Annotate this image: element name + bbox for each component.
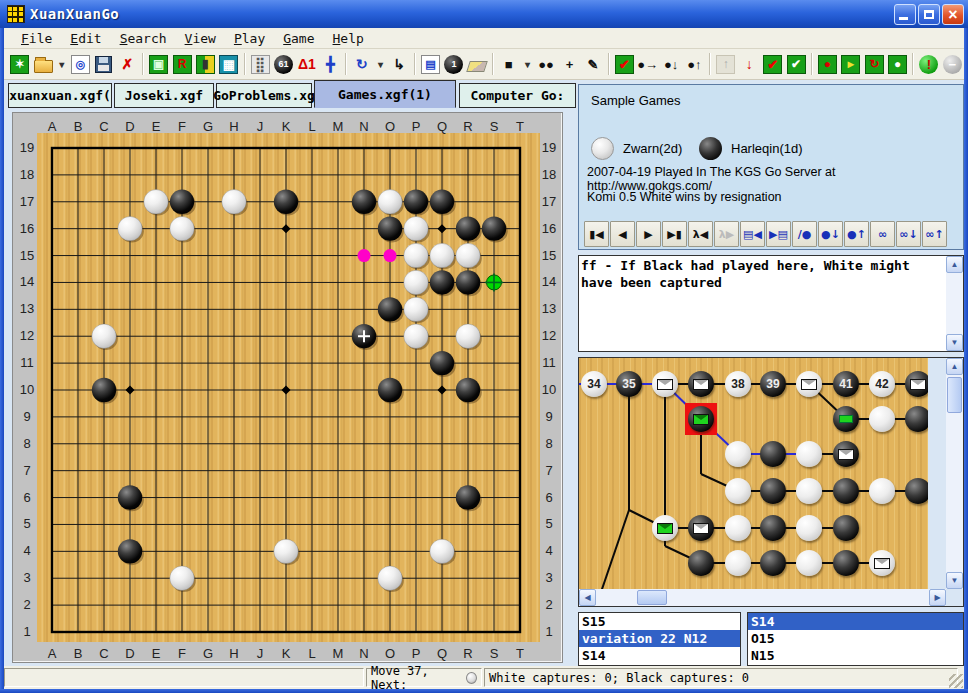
nav-stone-down-button[interactable]: ●↓ [818, 221, 843, 247]
app-icon [7, 5, 25, 23]
svg-text:G: G [203, 646, 213, 661]
save-icon[interactable] [93, 52, 114, 76]
svg-text:M: M [333, 119, 344, 134]
tab-goproblems-xg[interactable]: GoProblems.xg [216, 83, 312, 108]
svg-text:B: B [74, 646, 83, 661]
svg-text:H: H [229, 646, 238, 661]
tree-node[interactable] [652, 371, 678, 397]
svg-text:10: 10 [20, 382, 34, 397]
game-info-icon[interactable]: ▤ [420, 52, 441, 76]
toolbar-separator [492, 53, 494, 75]
mark-dropdown-icon: ▾ [522, 55, 532, 74]
tree-node[interactable] [760, 478, 786, 504]
tree-node[interactable] [760, 441, 786, 467]
rotate-dropdown-icon: ▾ [375, 55, 385, 74]
svg-text:O: O [385, 646, 395, 661]
verify-board-icon: ✔ [763, 55, 782, 74]
svg-text:J: J [257, 119, 264, 134]
warning-icon: ! [919, 55, 938, 74]
mark-plus-icon[interactable]: + [559, 52, 580, 76]
tree-node[interactable] [688, 371, 714, 397]
rotate-dropdown-icon[interactable]: ▾ [374, 52, 386, 76]
svg-text:E: E [152, 646, 161, 661]
status-empty-panel [4, 668, 364, 687]
tree-node[interactable] [796, 550, 822, 576]
menu-search[interactable]: Search [111, 30, 176, 47]
tree-node[interactable] [833, 550, 859, 576]
svg-text:N: N [359, 119, 368, 134]
comment-envelope-icon [910, 379, 926, 390]
nav-comment-forward-button[interactable]: ▶▤ [766, 221, 791, 247]
board-tool-stone-icon: ● [888, 55, 907, 74]
preview-icon: ◎ [71, 55, 90, 74]
board-marker-icon [839, 415, 853, 423]
svg-text:10: 10 [542, 382, 556, 397]
preview-icon[interactable]: ◎ [70, 52, 91, 76]
remove-icon[interactable]: − [942, 52, 963, 76]
toolbar-separator [608, 53, 610, 75]
svg-text:11: 11 [542, 355, 556, 370]
title-bar: XuanXuanGo × [0, 0, 968, 28]
upload-disabled-icon[interactable]: ↑ [715, 52, 736, 76]
variation-item[interactable]: S14 [579, 647, 740, 664]
board-tool-rotate-icon: ↻ [865, 55, 884, 74]
mark-square-icon[interactable]: ■ [498, 52, 519, 76]
tree-node[interactable] [725, 478, 751, 504]
tree-node[interactable] [652, 515, 678, 541]
window-border-bottom [0, 689, 968, 693]
svg-text:E: E [152, 119, 161, 134]
tree-node[interactable] [905, 371, 928, 397]
svg-text:D: D [125, 646, 134, 661]
board-tool-yellow-icon: ▸ [841, 55, 860, 74]
comment-box[interactable]: ff - If Black had played here, White mig… [578, 255, 964, 352]
board-tool-yellow-icon[interactable]: ▸ [840, 52, 861, 76]
move-one-icon[interactable]: 1 [443, 52, 464, 76]
game-info-panel: Sample Games Zwarn(2d) Harleqin(1d) 2007… [578, 84, 964, 250]
check-board-icon[interactable]: ✔ [614, 52, 635, 76]
svg-text:F: F [178, 119, 186, 134]
svg-text:19: 19 [20, 140, 34, 155]
download-icon: ↓ [740, 55, 759, 74]
nav-back-button[interactable]: ◀ [610, 221, 635, 247]
tree-node[interactable] [688, 406, 714, 432]
window-border-left [0, 28, 4, 693]
grid-dots-icon: ⣿ [251, 55, 270, 74]
svg-text:S: S [490, 119, 499, 134]
next-move-item[interactable]: O15 [748, 630, 963, 647]
stone-next-icon[interactable]: ●→ [637, 52, 658, 76]
move-status-text: Move 37, Next: [371, 664, 463, 692]
toolbar-separator [345, 53, 347, 75]
scrollbar-thumb[interactable] [637, 590, 667, 605]
svg-text:18: 18 [20, 167, 34, 182]
nav-find-down-button[interactable]: ∞↓ [896, 221, 921, 247]
app-window: XuanXuanGo × FileEditSearchViewPlayGameH… [0, 0, 968, 693]
toolbar-separator [912, 53, 914, 75]
svg-text:17: 17 [542, 194, 556, 209]
tree-node[interactable] [796, 515, 822, 541]
svg-text:9: 9 [23, 409, 30, 424]
toolbar-separator [244, 53, 246, 75]
nav-branch-back-button[interactable]: λ◀ [688, 221, 713, 247]
comment-envelope-icon [693, 523, 709, 534]
tab-xuanxuan-xgf-[interactable]: xuanxuan.xgf( [8, 83, 112, 108]
comment-envelope-icon [801, 379, 817, 390]
svg-text:19: 19 [542, 140, 556, 155]
board-r-icon: R [173, 55, 192, 74]
move-numbers-icon: 61 [274, 55, 293, 74]
event-line: 2007-04-19 Played In The KGS Go Server a… [587, 165, 963, 193]
svg-text:S: S [490, 646, 499, 661]
status-move-panel: Move 37, Next: [366, 668, 482, 687]
board-tool-rotate-icon[interactable]: ↻ [864, 52, 885, 76]
delete-icon[interactable]: ✗ [117, 52, 138, 76]
stone-up-icon[interactable]: ●↑ [684, 52, 705, 76]
stone-up-icon: ●↑ [685, 55, 704, 74]
toolbar-separator [142, 53, 144, 75]
variation-item[interactable]: S15 [579, 613, 740, 630]
board-play-icon: ▮ [196, 55, 215, 74]
menu-edit[interactable]: Edit [61, 30, 110, 47]
board-tool-stone-icon[interactable]: ● [887, 52, 908, 76]
nav-find-button[interactable]: ∞ [870, 221, 895, 247]
branch-marks-icon[interactable]: ╋ [320, 52, 341, 76]
tree-node[interactable] [796, 441, 822, 467]
tree-node[interactable] [869, 406, 895, 432]
minimize-button[interactable] [894, 4, 916, 25]
svg-text:K: K [282, 119, 291, 134]
svg-text:M: M [333, 646, 344, 661]
svg-text:J: J [257, 646, 264, 661]
variation-item[interactable]: variation 22 N12 [579, 630, 740, 647]
remove-icon: − [943, 55, 962, 74]
scroll-down-icon[interactable]: ▼ [946, 334, 963, 351]
svg-text:A: A [48, 646, 57, 661]
move-numbers-icon[interactable]: 61 [273, 52, 294, 76]
svg-text:6: 6 [545, 490, 552, 505]
svg-text:9: 9 [545, 409, 552, 424]
tree-node-38[interactable]: 38 [725, 371, 751, 397]
open-dropdown-icon: ▾ [57, 55, 67, 74]
nav-stone-up-button[interactable]: ●↑ [844, 221, 869, 247]
svg-text:T: T [516, 646, 524, 661]
stone-down-icon: ●↓ [662, 55, 681, 74]
window-title: XuanXuanGo [30, 6, 119, 22]
maximize-button[interactable] [918, 4, 940, 25]
go-board[interactable]: AABBCCDDEEFFGGHHJJKKLLMMNNOOPPQQRRSSTT11… [12, 112, 563, 663]
svg-text:12: 12 [542, 328, 556, 343]
move-one-icon: 1 [444, 55, 463, 74]
verify-all-icon[interactable]: ✔ [785, 52, 806, 76]
comment-envelope-icon [657, 379, 673, 390]
black-stone-icon [699, 137, 722, 160]
mark-dropdown-icon[interactable]: ▾ [521, 52, 533, 76]
svg-text:N: N [359, 646, 368, 661]
menu-help[interactable]: Help [324, 30, 373, 47]
board-tool-red-icon[interactable]: ● [817, 52, 838, 76]
axes-icon: ↳ [390, 55, 409, 74]
new-board-icon[interactable]: ✶ [9, 52, 30, 76]
svg-text:G: G [203, 119, 213, 134]
tree-vertical-scrollbar[interactable]: ▲ ▼ [946, 358, 963, 589]
open-file-icon [34, 60, 53, 73]
svg-text:11: 11 [20, 355, 34, 370]
stone-down-icon[interactable]: ●↓ [660, 52, 681, 76]
svg-text:K: K [282, 646, 291, 661]
scrollbar-thumb[interactable] [947, 377, 962, 413]
tree-node[interactable] [905, 406, 928, 432]
board-marker-envelope-icon [693, 414, 709, 425]
eraser-icon[interactable] [467, 52, 488, 76]
tree-node[interactable] [760, 515, 786, 541]
save-icon [95, 56, 112, 73]
resize-grip[interactable] [949, 674, 963, 688]
menu-game[interactable]: Game [274, 30, 323, 47]
svg-text:15: 15 [542, 248, 556, 263]
mark-plus-icon: + [560, 55, 579, 74]
branch-marks-icon: ╋ [321, 55, 340, 74]
mark-stones-icon[interactable]: ●● [535, 52, 556, 76]
game-tree[interactable]: 343538394142 [579, 358, 928, 591]
nav-find-up-button[interactable]: ∞↑ [922, 221, 947, 247]
scroll-down-icon[interactable]: ▼ [946, 572, 963, 589]
svg-text:6: 6 [23, 490, 30, 505]
tree-node[interactable] [796, 478, 822, 504]
tree-node[interactable] [869, 478, 895, 504]
nav-stone-locate-button[interactable]: ∕● [792, 221, 817, 247]
svg-text:16: 16 [20, 221, 34, 236]
svg-text:12: 12 [20, 328, 34, 343]
comment-envelope-icon [693, 379, 709, 390]
svg-text:A: A [48, 119, 57, 134]
tree-node[interactable] [688, 550, 714, 576]
status-bar: Move 37, Next: White captures: 0; Black … [4, 666, 964, 689]
next-move-stone-icon [466, 672, 477, 684]
board-marker-envelope-icon [657, 523, 673, 534]
svg-text:P: P [412, 119, 421, 134]
tab-games-xgf-1-[interactable]: Games.xgf(1) [314, 80, 456, 108]
tree-node[interactable] [725, 515, 751, 541]
open-file-icon[interactable] [32, 52, 53, 76]
tree-node[interactable] [833, 515, 859, 541]
variation-list-current[interactable]: S15variation 22 N12S14 [578, 612, 741, 666]
tree-node[interactable] [796, 371, 822, 397]
captures-text: White captures: 0; Black captures: 0 [489, 671, 749, 685]
svg-text:16: 16 [542, 221, 556, 236]
tree-node[interactable] [725, 550, 751, 576]
tree-node[interactable] [905, 478, 928, 504]
menu-view[interactable]: View [176, 30, 225, 47]
download-icon[interactable]: ↓ [739, 52, 760, 76]
svg-text:F: F [178, 646, 186, 661]
svg-text:7: 7 [23, 463, 30, 478]
white-stone-icon [591, 137, 614, 160]
svg-text:R: R [463, 119, 472, 134]
check-board-icon: ✔ [615, 55, 634, 74]
svg-text:P: P [412, 646, 421, 661]
board-play-icon[interactable]: ▮ [195, 52, 216, 76]
board-tool-red-icon: ● [818, 55, 837, 74]
scroll-up-icon[interactable]: ▲ [946, 358, 963, 375]
hand-edit-icon: ✎ [583, 55, 602, 74]
white-player-name: Zwarn(2d) [623, 141, 682, 156]
black-player-name: Harleqin(1d) [731, 141, 803, 156]
navigation-buttons: ▮◀◀▶▶▮λ◀λ▶▤◀▶▤∕●●↓●↑∞∞↓∞↑ [584, 221, 948, 247]
svg-text:Q: Q [437, 646, 447, 661]
status-captures-panel: White captures: 0; Black captures: 0 [484, 668, 958, 687]
tree-node[interactable] [833, 478, 859, 504]
svg-text:13: 13 [542, 301, 556, 316]
tree-node[interactable] [688, 515, 714, 541]
tree-node-42[interactable]: 42 [869, 371, 895, 397]
mark-stones-icon: ●● [537, 55, 556, 74]
svg-text:O: O [385, 119, 395, 134]
svg-text:C: C [99, 119, 108, 134]
svg-text:8: 8 [545, 436, 552, 451]
warning-icon[interactable]: ! [918, 52, 939, 76]
comment-text: ff - If Black had played here, White mig… [581, 257, 944, 291]
svg-text:13: 13 [20, 301, 34, 316]
tree-node-39[interactable]: 39 [760, 371, 786, 397]
tree-node[interactable] [760, 550, 786, 576]
tab-bar: xuanxuan.xgf(Joseki.xgfGoProblems.xgGame… [4, 80, 576, 108]
svg-text:1: 1 [23, 624, 30, 639]
toolbar-separator [811, 53, 813, 75]
svg-text:Q: Q [437, 119, 447, 134]
svg-text:L: L [308, 119, 315, 134]
new-board-icon: ✶ [10, 55, 29, 74]
close-button[interactable]: × [942, 4, 964, 25]
scroll-up-icon[interactable]: ▲ [946, 256, 963, 273]
svg-text:14: 14 [542, 274, 556, 289]
svg-text:5: 5 [23, 516, 30, 531]
menu-play[interactable]: Play [225, 30, 274, 47]
comment-scrollbar[interactable]: ▲ ▼ [946, 256, 963, 351]
toolbar-separator [709, 53, 711, 75]
nav-last-button[interactable]: ▶▮ [662, 221, 687, 247]
svg-text:H: H [229, 119, 238, 134]
svg-text:T: T [516, 119, 524, 134]
collection-title: Sample Games [591, 93, 681, 108]
comment-envelope-icon [838, 449, 854, 460]
delete-icon: ✗ [118, 55, 137, 74]
nav-first-button[interactable]: ▮◀ [584, 221, 609, 247]
svg-text:2: 2 [545, 597, 552, 612]
hand-edit-icon[interactable]: ✎ [582, 52, 603, 76]
board-copy-icon: ▣ [149, 55, 168, 74]
tree-horizontal-scrollbar[interactable]: ◀ ▶ [579, 589, 946, 606]
scroll-left-icon[interactable]: ◀ [579, 589, 596, 606]
tree-node-34[interactable]: 34 [581, 371, 607, 397]
tree-node[interactable] [869, 550, 895, 576]
tree-node-41[interactable]: 41 [833, 371, 859, 397]
window-border-right [964, 28, 968, 693]
nav-branch-forward-button: λ▶ [714, 221, 739, 247]
svg-text:D: D [125, 119, 134, 134]
tab-joseki-xgf[interactable]: Joseki.xgf [114, 83, 214, 108]
grid-dots-icon[interactable]: ⣿ [250, 52, 271, 76]
verify-all-icon: ✔ [787, 55, 806, 74]
nav-comment-back-button[interactable]: ▤◀ [740, 221, 765, 247]
nav-forward-button[interactable]: ▶ [636, 221, 661, 247]
toolbar: ✶▾◎✗▣R▮▦⣿61Δ1╋↻▾↳▤1■▾●●+✎✔●→●↓●↑↑↓✔✔●▸↻●… [4, 49, 964, 80]
mark-square-icon: ■ [499, 55, 518, 74]
axes-icon[interactable]: ↳ [388, 52, 409, 76]
comment-envelope-icon [874, 558, 890, 569]
tab-computer-go-[interactable]: Computer Go: [459, 83, 576, 108]
counter-icon[interactable]: ▦ [218, 52, 239, 76]
svg-text:4: 4 [545, 543, 552, 558]
svg-text:2: 2 [23, 597, 30, 612]
board-r-icon[interactable]: R [171, 52, 192, 76]
last-move-icon[interactable]: Δ1 [296, 52, 317, 76]
upload-disabled-icon: ↑ [716, 55, 735, 74]
eraser-icon [467, 61, 489, 72]
counter-icon: ▦ [219, 55, 238, 74]
verify-board-icon[interactable]: ✔ [762, 52, 783, 76]
game-tree-panel: 343538394142 ▲ ▼ ◀ ▶ [578, 357, 964, 607]
svg-text:17: 17 [20, 194, 34, 209]
menu-file[interactable]: File [12, 30, 61, 47]
svg-text:8: 8 [23, 436, 30, 451]
game-info-icon: ▤ [421, 55, 440, 74]
tree-node[interactable] [833, 441, 859, 467]
variation-list-next[interactable]: S14O15N15 [747, 612, 964, 666]
svg-text:4: 4 [23, 543, 30, 558]
stone-next-icon: ●→ [638, 55, 657, 74]
tree-node[interactable] [833, 406, 859, 432]
board-copy-icon[interactable]: ▣ [148, 52, 169, 76]
tree-node-35[interactable]: 35 [616, 371, 642, 397]
last-move-icon: Δ1 [297, 55, 316, 74]
svg-text:3: 3 [23, 570, 30, 585]
tree-node[interactable] [725, 441, 751, 467]
svg-text:14: 14 [20, 274, 34, 289]
svg-text:18: 18 [542, 167, 556, 182]
svg-text:1: 1 [545, 624, 552, 639]
komi-result-line: Komi 0.5 White wins by resignation [587, 190, 782, 204]
rotate-board-icon: ↻ [352, 55, 371, 74]
svg-text:5: 5 [545, 516, 552, 531]
svg-text:R: R [463, 646, 472, 661]
svg-text:3: 3 [545, 570, 552, 585]
scroll-right-icon[interactable]: ▶ [929, 589, 946, 606]
svg-text:15: 15 [20, 248, 34, 263]
next-move-item[interactable]: N15 [748, 647, 963, 664]
toolbar-separator [414, 53, 416, 75]
open-dropdown-icon[interactable]: ▾ [56, 52, 68, 76]
menu-bar: FileEditSearchViewPlayGameHelp [4, 28, 964, 49]
svg-text:L: L [308, 646, 315, 661]
next-move-item[interactable]: S14 [748, 613, 963, 630]
rotate-board-icon[interactable]: ↻ [351, 52, 372, 76]
svg-text:C: C [99, 646, 108, 661]
svg-text:B: B [74, 119, 83, 134]
svg-text:7: 7 [545, 463, 552, 478]
